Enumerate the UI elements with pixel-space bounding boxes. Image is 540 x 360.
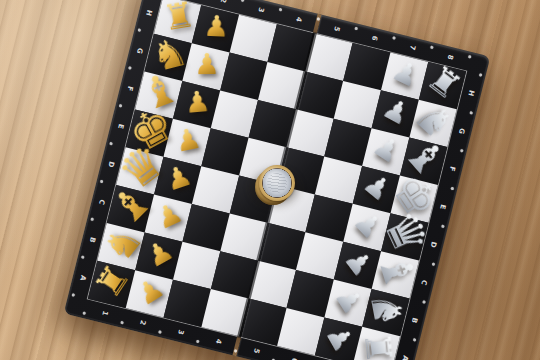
- euro-coin-face: [267, 173, 288, 194]
- frame-dot: [430, 46, 434, 50]
- piece-white-pawn[interactable]: ♟: [183, 86, 211, 117]
- frame-dot: [119, 104, 123, 108]
- rank-label: 6: [369, 35, 378, 42]
- piece-white-pawn[interactable]: ♟: [141, 234, 178, 272]
- file-label: H: [467, 89, 476, 97]
- piece-white-pawn[interactable]: ♟: [172, 123, 203, 156]
- piece-white-pawn[interactable]: ♟: [151, 197, 187, 234]
- rank-label: 4: [294, 16, 303, 23]
- frame-dot: [354, 27, 358, 31]
- rank-label: 7: [407, 44, 416, 51]
- frame-dot: [422, 300, 426, 304]
- piece-black-rook[interactable]: ♜: [358, 330, 396, 360]
- rank-label: 5: [332, 25, 341, 32]
- frame-dot: [109, 142, 113, 146]
- frame-dot: [72, 293, 76, 297]
- piece-white-pawn[interactable]: ♟: [161, 160, 195, 196]
- rank-label: 2: [218, 0, 227, 4]
- frame-dot: [120, 321, 124, 325]
- piece-white-pawn[interactable]: ♟: [194, 49, 220, 78]
- rank-label: 3: [256, 6, 265, 13]
- file-label: A: [401, 354, 410, 360]
- piece-black-pawn[interactable]: ♟: [320, 320, 358, 357]
- file-label: G: [135, 46, 144, 54]
- frame-dot: [413, 338, 417, 342]
- frame-dot: [90, 217, 94, 221]
- square-b8[interactable]: ♞: [362, 289, 409, 336]
- piece-black-pawn[interactable]: ♟: [387, 55, 423, 92]
- rank-label: 5: [251, 347, 260, 354]
- frame-dot: [81, 255, 85, 259]
- frame-dot: [279, 8, 283, 12]
- file-label: G: [457, 127, 466, 135]
- wood-table: ♜♟♟♜♞♟♟♞♝♟♟♝♚♟♟♚♛♟♟♛♝♟♟♝♞♟♟♞♜♟♟♜ 11HH22G…: [0, 0, 540, 360]
- frame-dot: [460, 149, 464, 153]
- rank-label: 3: [176, 329, 185, 336]
- frame-dot: [196, 340, 200, 344]
- file-label: H: [144, 9, 153, 17]
- rank-label: 2: [138, 319, 147, 326]
- file-label: F: [126, 85, 135, 92]
- euro-coin: [259, 165, 295, 201]
- piece-white-pawn[interactable]: ♟: [202, 11, 229, 41]
- frame-dot: [241, 0, 245, 2]
- frame-dot: [128, 66, 132, 70]
- frame-dot: [138, 28, 142, 32]
- square-a8[interactable]: ♜: [353, 327, 400, 360]
- frame-dot: [100, 180, 104, 184]
- frame-dot: [469, 111, 473, 115]
- file-label: A: [78, 274, 87, 281]
- frame-dot: [432, 262, 436, 266]
- frame-dot: [451, 187, 455, 191]
- file-label: F: [448, 165, 457, 172]
- frame-dot: [392, 36, 396, 40]
- frame-dot: [441, 225, 445, 229]
- frame-dot: [82, 311, 86, 315]
- rank-label: 4: [213, 338, 222, 345]
- frame-dot: [479, 73, 483, 77]
- coin-stack: [258, 165, 296, 203]
- piece-black-knight[interactable]: ♞: [364, 287, 410, 330]
- rank-label: 1: [100, 310, 109, 317]
- frame-dot: [468, 55, 472, 59]
- frame-dot: [158, 330, 162, 334]
- piece-white-pawn[interactable]: ♟: [131, 272, 168, 310]
